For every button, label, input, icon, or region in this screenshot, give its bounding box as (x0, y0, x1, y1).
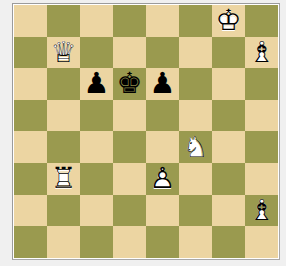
square-a6[interactable] (14, 68, 47, 100)
square-d7[interactable] (113, 37, 146, 69)
square-e5[interactable] (146, 100, 179, 132)
piece-white-rook[interactable]: ♜♖ (47, 163, 80, 195)
square-f8[interactable] (179, 5, 212, 37)
piece-outline: ♘ (183, 133, 209, 162)
piece-white-knight[interactable]: ♞♘ (179, 131, 212, 163)
board-frame: ♚♔♛♕♝♗♟♚♟♞♘♜♖♟♙♝♗ (12, 3, 280, 260)
square-e7[interactable] (146, 37, 179, 69)
square-a2[interactable] (14, 195, 47, 227)
square-b4[interactable] (47, 131, 80, 163)
square-g4[interactable] (212, 131, 245, 163)
square-f5[interactable] (179, 100, 212, 132)
square-b3[interactable]: ♜♖ (47, 163, 80, 195)
square-e4[interactable] (146, 131, 179, 163)
square-d4[interactable] (113, 131, 146, 163)
square-h2[interactable]: ♝♗ (245, 195, 278, 227)
square-f1[interactable] (179, 226, 212, 258)
square-c4[interactable] (80, 131, 113, 163)
square-b6[interactable] (47, 68, 80, 100)
square-e2[interactable] (146, 195, 179, 227)
square-c7[interactable] (80, 37, 113, 69)
square-d1[interactable] (113, 226, 146, 258)
piece-outline: ♕ (51, 38, 77, 67)
piece-white-king[interactable]: ♚♔ (212, 5, 245, 37)
piece-white-queen[interactable]: ♛♕ (47, 37, 80, 69)
square-f6[interactable] (179, 68, 212, 100)
piece-outline: ♖ (51, 164, 77, 193)
piece-outline: ♙ (150, 164, 176, 193)
piece-outline: ♔ (216, 6, 242, 35)
square-a3[interactable] (14, 163, 47, 195)
square-h7[interactable]: ♝♗ (245, 37, 278, 69)
square-f4[interactable]: ♞♘ (179, 131, 212, 163)
square-g1[interactable] (212, 226, 245, 258)
square-g7[interactable] (212, 37, 245, 69)
square-g2[interactable] (212, 195, 245, 227)
piece-outline: ♗ (249, 196, 275, 225)
square-h3[interactable] (245, 163, 278, 195)
piece-black-king[interactable]: ♚ (113, 68, 146, 100)
square-a5[interactable] (14, 100, 47, 132)
piece-black-pawn[interactable]: ♟ (80, 68, 113, 100)
piece-black-pawn[interactable]: ♟ (146, 68, 179, 100)
square-c1[interactable] (80, 226, 113, 258)
square-a4[interactable] (14, 131, 47, 163)
piece-white-pawn[interactable]: ♟♙ (146, 163, 179, 195)
square-d2[interactable] (113, 195, 146, 227)
square-h6[interactable] (245, 68, 278, 100)
piece-glyph: ♚ (117, 69, 143, 98)
square-b2[interactable] (47, 195, 80, 227)
square-f3[interactable] (179, 163, 212, 195)
square-c5[interactable] (80, 100, 113, 132)
square-f2[interactable] (179, 195, 212, 227)
square-h4[interactable] (245, 131, 278, 163)
chess-board: ♚♔♛♕♝♗♟♚♟♞♘♜♖♟♙♝♗ (14, 5, 278, 258)
piece-glyph: ♟ (150, 69, 176, 98)
square-d3[interactable] (113, 163, 146, 195)
square-e1[interactable] (146, 226, 179, 258)
square-b5[interactable] (47, 100, 80, 132)
square-h1[interactable] (245, 226, 278, 258)
square-a8[interactable] (14, 5, 47, 37)
square-b8[interactable] (47, 5, 80, 37)
square-g8[interactable]: ♚♔ (212, 5, 245, 37)
square-e8[interactable] (146, 5, 179, 37)
square-d5[interactable] (113, 100, 146, 132)
piece-white-bishop[interactable]: ♝♗ (245, 195, 278, 227)
square-c8[interactable] (80, 5, 113, 37)
square-c2[interactable] (80, 195, 113, 227)
square-a1[interactable] (14, 226, 47, 258)
square-c6[interactable]: ♟ (80, 68, 113, 100)
piece-white-bishop[interactable]: ♝♗ (245, 37, 278, 69)
square-e3[interactable]: ♟♙ (146, 163, 179, 195)
square-c3[interactable] (80, 163, 113, 195)
square-d6[interactable]: ♚ (113, 68, 146, 100)
square-h8[interactable] (245, 5, 278, 37)
piece-glyph: ♟ (84, 69, 110, 98)
square-a7[interactable] (14, 37, 47, 69)
square-e6[interactable]: ♟ (146, 68, 179, 100)
square-f7[interactable] (179, 37, 212, 69)
square-d8[interactable] (113, 5, 146, 37)
piece-outline: ♗ (249, 38, 275, 67)
square-h5[interactable] (245, 100, 278, 132)
square-b7[interactable]: ♛♕ (47, 37, 80, 69)
square-g3[interactable] (212, 163, 245, 195)
square-b1[interactable] (47, 226, 80, 258)
square-g5[interactable] (212, 100, 245, 132)
square-g6[interactable] (212, 68, 245, 100)
